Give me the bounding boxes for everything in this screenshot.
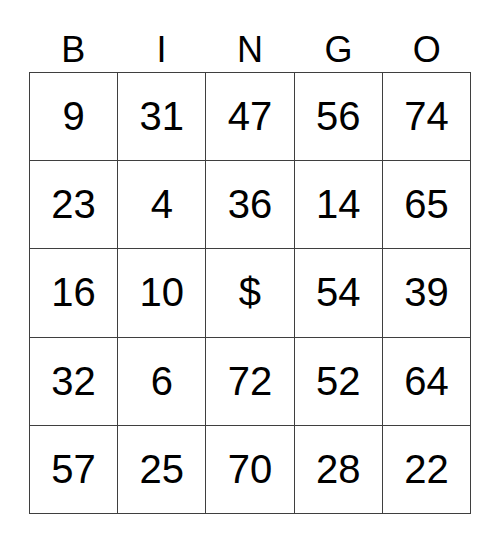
bingo-cell-r1c0[interactable]: 23 <box>30 161 118 249</box>
bingo-cell-r2c0[interactable]: 16 <box>30 249 118 337</box>
bingo-cell-r3c1[interactable]: 6 <box>118 338 206 426</box>
bingo-cell-r3c4[interactable]: 64 <box>383 338 471 426</box>
bingo-cell-r0c0[interactable]: 9 <box>30 73 118 161</box>
bingo-cell-r0c3[interactable]: 56 <box>295 73 383 161</box>
header-letter-n: N <box>206 28 294 72</box>
bingo-cell-r4c4[interactable]: 22 <box>383 426 471 514</box>
header-letter-b: B <box>29 28 117 72</box>
bingo-cell-r3c3[interactable]: 52 <box>295 338 383 426</box>
header-letter-i: I <box>117 28 205 72</box>
bingo-card: B I N G O 9 31 47 56 74 23 4 36 14 65 16… <box>0 0 500 544</box>
bingo-cell-r3c2[interactable]: 72 <box>206 338 294 426</box>
header-letter-g: G <box>294 28 382 72</box>
bingo-cell-r3c0[interactable]: 32 <box>30 338 118 426</box>
bingo-cell-r2c1[interactable]: 10 <box>118 249 206 337</box>
bingo-cell-r4c3[interactable]: 28 <box>295 426 383 514</box>
bingo-header: B I N G O <box>29 0 471 72</box>
bingo-cell-r2c3[interactable]: 54 <box>295 249 383 337</box>
bingo-cell-r4c0[interactable]: 57 <box>30 426 118 514</box>
bingo-cell-r2c2-free-space[interactable]: $ <box>206 249 294 337</box>
bingo-cell-r1c1[interactable]: 4 <box>118 161 206 249</box>
bingo-cell-r0c4[interactable]: 74 <box>383 73 471 161</box>
bingo-cell-r1c2[interactable]: 36 <box>206 161 294 249</box>
bingo-board: 9 31 47 56 74 23 4 36 14 65 16 10 $ 54 3… <box>29 72 471 514</box>
bingo-cell-r2c4[interactable]: 39 <box>383 249 471 337</box>
bingo-cell-r1c3[interactable]: 14 <box>295 161 383 249</box>
bingo-cell-r0c1[interactable]: 31 <box>118 73 206 161</box>
bingo-cell-r4c1[interactable]: 25 <box>118 426 206 514</box>
bingo-cell-r0c2[interactable]: 47 <box>206 73 294 161</box>
bingo-cell-r1c4[interactable]: 65 <box>383 161 471 249</box>
header-letter-o: O <box>383 28 471 72</box>
bingo-cell-r4c2[interactable]: 70 <box>206 426 294 514</box>
